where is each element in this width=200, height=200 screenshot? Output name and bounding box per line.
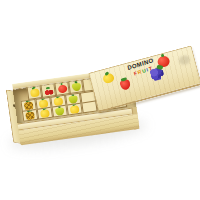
grapes-icon: [149, 67, 165, 82]
lemon-icon: [40, 109, 50, 118]
pineapple-icon: [25, 111, 35, 120]
faint-emboss-mark: [178, 54, 191, 66]
lemon-icon: [29, 88, 39, 97]
product-photo-domino-box: DOMINO FRUIT: [0, 0, 200, 200]
cherries-icon: [43, 86, 53, 95]
strawberry-icon: [119, 79, 131, 91]
lid-artwork: DOMINO FRUIT: [89, 47, 200, 111]
sliding-lid: DOMINO FRUIT: [88, 45, 200, 112]
tile-half: [67, 103, 81, 115]
pear-icon: [71, 83, 81, 92]
pear-icon: [55, 107, 65, 116]
tile-half: [82, 101, 96, 113]
tile-half: [53, 105, 67, 117]
tile-half: [23, 109, 37, 121]
tomato-icon: [57, 84, 67, 93]
lemon-icon: [102, 73, 115, 85]
tile-half: [38, 107, 52, 119]
lemon-icon: [70, 104, 80, 113]
